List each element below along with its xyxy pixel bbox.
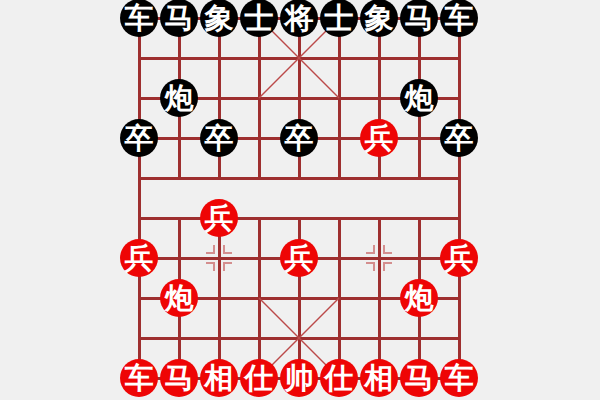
piece-red-soldier[interactable]: 兵 [440,239,478,277]
piece-black-chariot[interactable]: 车 [440,0,478,37]
piece-black-chariot[interactable]: 车 [120,0,158,37]
pieces-layer: 车马象士将士象马车炮炮卒卒卒兵卒兵兵兵兵炮炮车马相仕帅仕相马车 [0,0,600,400]
piece-red-cannon[interactable]: 炮 [160,279,198,317]
piece-black-soldier[interactable]: 卒 [440,119,478,157]
piece-red-soldier[interactable]: 兵 [360,119,398,157]
piece-black-cannon[interactable]: 炮 [400,79,438,117]
piece-red-soldier[interactable]: 兵 [120,239,158,277]
xiangqi-board[interactable]: 车马象士将士象马车炮炮卒卒卒兵卒兵兵兵兵炮炮车马相仕帅仕相马车 [0,0,600,400]
piece-red-elephant[interactable]: 相 [360,359,398,397]
piece-black-soldier[interactable]: 卒 [120,119,158,157]
piece-black-elephant[interactable]: 象 [360,0,398,37]
piece-black-soldier[interactable]: 卒 [280,119,318,157]
piece-red-soldier[interactable]: 兵 [280,239,318,277]
piece-black-soldier[interactable]: 卒 [200,119,238,157]
piece-red-horse[interactable]: 马 [400,359,438,397]
piece-black-horse[interactable]: 马 [160,0,198,37]
piece-red-horse[interactable]: 马 [160,359,198,397]
piece-black-general[interactable]: 将 [280,0,318,37]
piece-black-elephant[interactable]: 象 [200,0,238,37]
piece-red-cannon[interactable]: 炮 [400,279,438,317]
piece-red-general[interactable]: 帅 [280,359,318,397]
piece-red-advisor[interactable]: 仕 [320,359,358,397]
piece-black-advisor[interactable]: 士 [320,0,358,37]
piece-black-cannon[interactable]: 炮 [160,79,198,117]
piece-red-elephant[interactable]: 相 [200,359,238,397]
piece-red-chariot[interactable]: 车 [440,359,478,397]
piece-red-soldier[interactable]: 兵 [200,199,238,237]
piece-black-horse[interactable]: 马 [400,0,438,37]
piece-red-chariot[interactable]: 车 [120,359,158,397]
piece-red-advisor[interactable]: 仕 [240,359,278,397]
piece-black-advisor[interactable]: 士 [240,0,278,37]
